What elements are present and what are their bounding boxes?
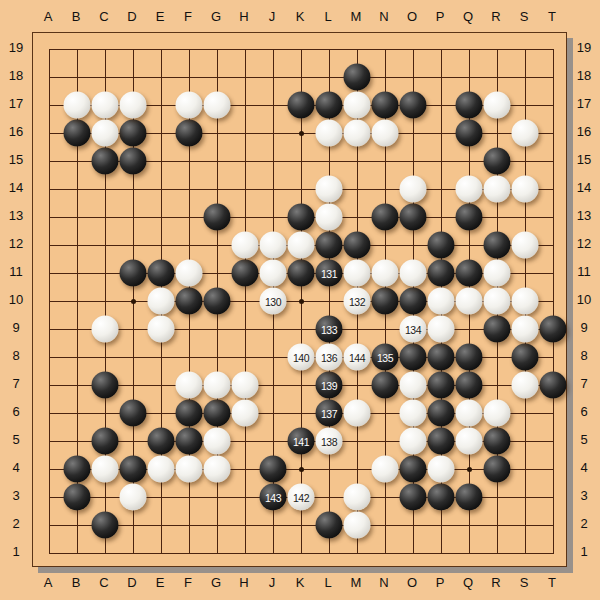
- row-label-right: 17: [572, 96, 596, 112]
- row-label-right: 11: [572, 264, 596, 280]
- black-stone-J4: [260, 456, 287, 483]
- black-stone-D6: [120, 400, 147, 427]
- black-stone-T9: [540, 316, 567, 343]
- col-label-bottom: B: [64, 575, 88, 591]
- white-stone-C16: [92, 120, 119, 147]
- black-stone-N7: [372, 372, 399, 399]
- white-stone-R14: [484, 176, 511, 203]
- col-label-top: C: [92, 9, 116, 25]
- col-label-top: S: [512, 9, 536, 25]
- black-stone-R4: [484, 456, 511, 483]
- black-stone-P7: [428, 372, 455, 399]
- black-stone-L6: 137: [316, 400, 343, 427]
- white-stone-D17: [120, 92, 147, 119]
- col-label-bottom: Q: [456, 575, 480, 591]
- col-label-bottom: G: [204, 575, 228, 591]
- grid-line-horizontal: [49, 329, 554, 330]
- col-label-bottom: L: [316, 575, 340, 591]
- row-label-left: 14: [4, 180, 28, 196]
- row-label-left: 6: [4, 404, 28, 420]
- white-stone-Q6: [456, 400, 483, 427]
- col-label-top: N: [372, 9, 396, 25]
- col-label-bottom: E: [148, 575, 172, 591]
- row-label-right: 10: [572, 292, 596, 308]
- row-label-left: 1: [4, 544, 28, 560]
- black-stone-D15: [120, 148, 147, 175]
- black-stone-F16: [176, 120, 203, 147]
- white-stone-B17: [64, 92, 91, 119]
- white-stone-G17: [204, 92, 231, 119]
- white-stone-C17: [92, 92, 119, 119]
- white-stone-K3: 142: [288, 484, 315, 511]
- black-stone-K13: [288, 204, 315, 231]
- white-stone-L8: 136: [316, 344, 343, 371]
- grid-line-vertical: [553, 49, 554, 554]
- row-label-right: 18: [572, 68, 596, 84]
- black-stone-C15: [92, 148, 119, 175]
- white-stone-Q5: [456, 428, 483, 455]
- white-stone-D3: [120, 484, 147, 511]
- row-label-right: 14: [572, 180, 596, 196]
- row-label-left: 2: [4, 516, 28, 532]
- white-stone-J12: [260, 232, 287, 259]
- move-number: 137: [321, 407, 337, 419]
- row-label-left: 18: [4, 68, 28, 84]
- black-stone-P11: [428, 260, 455, 287]
- black-stone-P12: [428, 232, 455, 259]
- black-stone-L12: [316, 232, 343, 259]
- row-label-right: 12: [572, 236, 596, 252]
- row-label-left: 5: [4, 432, 28, 448]
- black-stone-R9: [484, 316, 511, 343]
- move-number: 136: [321, 351, 337, 363]
- black-stone-N8: 135: [372, 344, 399, 371]
- black-stone-P6: [428, 400, 455, 427]
- white-stone-R6: [484, 400, 511, 427]
- white-stone-M11: [344, 260, 371, 287]
- white-stone-L16: [316, 120, 343, 147]
- go-board[interactable]: 1311331351391371411431301321341401361441…: [32, 32, 567, 567]
- col-label-top: G: [204, 9, 228, 25]
- black-stone-D11: [120, 260, 147, 287]
- move-number: 144: [349, 351, 365, 363]
- col-label-bottom: K: [288, 575, 312, 591]
- col-label-top: O: [400, 9, 424, 25]
- col-label-bottom: H: [232, 575, 256, 591]
- black-stone-F5: [176, 428, 203, 455]
- col-label-bottom: A: [36, 575, 60, 591]
- black-stone-T7: [540, 372, 567, 399]
- black-stone-F10: [176, 288, 203, 315]
- col-label-top: H: [232, 9, 256, 25]
- white-stone-E10: [148, 288, 175, 315]
- white-stone-L14: [316, 176, 343, 203]
- white-stone-O14: [400, 176, 427, 203]
- col-label-bottom: T: [540, 575, 564, 591]
- black-stone-N17: [372, 92, 399, 119]
- row-label-left: 17: [4, 96, 28, 112]
- row-label-right: 6: [572, 404, 596, 420]
- white-stone-L13: [316, 204, 343, 231]
- black-stone-Q8: [456, 344, 483, 371]
- white-stone-S14: [512, 176, 539, 203]
- black-stone-S8: [512, 344, 539, 371]
- black-stone-E5: [148, 428, 175, 455]
- black-stone-C7: [92, 372, 119, 399]
- col-label-top: T: [540, 9, 564, 25]
- star-point: [299, 467, 304, 472]
- col-label-top: D: [120, 9, 144, 25]
- black-stone-Q7: [456, 372, 483, 399]
- black-stone-Q13: [456, 204, 483, 231]
- col-label-top: K: [288, 9, 312, 25]
- white-stone-R11: [484, 260, 511, 287]
- white-stone-K12: [288, 232, 315, 259]
- row-label-right: 15: [572, 152, 596, 168]
- move-number: 134: [405, 323, 421, 335]
- row-label-left: 19: [4, 40, 28, 56]
- black-stone-R15: [484, 148, 511, 175]
- col-label-bottom: M: [344, 575, 368, 591]
- col-label-top: M: [344, 9, 368, 25]
- black-stone-O10: [400, 288, 427, 315]
- black-stone-F6: [176, 400, 203, 427]
- white-stone-M17: [344, 92, 371, 119]
- move-number: 131: [321, 267, 337, 279]
- col-label-bottom: S: [512, 575, 536, 591]
- col-label-top: P: [428, 9, 452, 25]
- black-stone-G6: [204, 400, 231, 427]
- col-label-bottom: N: [372, 575, 396, 591]
- black-stone-L7: 139: [316, 372, 343, 399]
- row-label-right: 5: [572, 432, 596, 448]
- white-stone-K8: 140: [288, 344, 315, 371]
- black-stone-L9: 133: [316, 316, 343, 343]
- black-stone-P8: [428, 344, 455, 371]
- black-stone-E11: [148, 260, 175, 287]
- move-number: 138: [321, 435, 337, 447]
- white-stone-M2: [344, 512, 371, 539]
- black-stone-G10: [204, 288, 231, 315]
- col-label-top: A: [36, 9, 60, 25]
- white-stone-O11: [400, 260, 427, 287]
- move-number: 141: [293, 435, 309, 447]
- white-stone-C9: [92, 316, 119, 343]
- col-label-bottom: J: [260, 575, 284, 591]
- row-label-right: 2: [572, 516, 596, 532]
- white-stone-H6: [232, 400, 259, 427]
- white-stone-E9: [148, 316, 175, 343]
- white-stone-S10: [512, 288, 539, 315]
- white-stone-F4: [176, 456, 203, 483]
- row-label-left: 4: [4, 460, 28, 476]
- row-label-left: 3: [4, 488, 28, 504]
- col-label-bottom: F: [176, 575, 200, 591]
- white-stone-R10: [484, 288, 511, 315]
- white-stone-C4: [92, 456, 119, 483]
- col-label-bottom: P: [428, 575, 452, 591]
- black-stone-D4: [120, 456, 147, 483]
- row-label-right: 3: [572, 488, 596, 504]
- white-stone-H7: [232, 372, 259, 399]
- white-stone-M8: 144: [344, 344, 371, 371]
- col-label-bottom: D: [120, 575, 144, 591]
- white-stone-P9: [428, 316, 455, 343]
- black-stone-O8: [400, 344, 427, 371]
- black-stone-P5: [428, 428, 455, 455]
- black-stone-C5: [92, 428, 119, 455]
- white-stone-P4: [428, 456, 455, 483]
- row-label-right: 9: [572, 320, 596, 336]
- star-point: [299, 131, 304, 136]
- black-stone-M12: [344, 232, 371, 259]
- black-stone-L17: [316, 92, 343, 119]
- white-stone-Q14: [456, 176, 483, 203]
- white-stone-S7: [512, 372, 539, 399]
- white-stone-E4: [148, 456, 175, 483]
- black-stone-H11: [232, 260, 259, 287]
- row-label-left: 7: [4, 376, 28, 392]
- move-number: 135: [377, 351, 393, 363]
- black-stone-K17: [288, 92, 315, 119]
- black-stone-Q16: [456, 120, 483, 147]
- white-stone-O7: [400, 372, 427, 399]
- white-stone-M3: [344, 484, 371, 511]
- white-stone-L5: 138: [316, 428, 343, 455]
- white-stone-F7: [176, 372, 203, 399]
- black-stone-K11: [288, 260, 315, 287]
- white-stone-N16: [372, 120, 399, 147]
- col-label-top: L: [316, 9, 340, 25]
- grid-line-horizontal: [49, 553, 554, 554]
- move-number: 133: [321, 323, 337, 335]
- col-label-top: Q: [456, 9, 480, 25]
- white-stone-N4: [372, 456, 399, 483]
- black-stone-O13: [400, 204, 427, 231]
- black-stone-N10: [372, 288, 399, 315]
- black-stone-L2: [316, 512, 343, 539]
- white-stone-O6: [400, 400, 427, 427]
- col-label-top: E: [148, 9, 172, 25]
- star-point: [131, 299, 136, 304]
- white-stone-O9: 134: [400, 316, 427, 343]
- move-number: 139: [321, 379, 337, 391]
- white-stone-J11: [260, 260, 287, 287]
- white-stone-M10: 132: [344, 288, 371, 315]
- white-stone-M6: [344, 400, 371, 427]
- go-game-screenshot: 1311331351391371411431301321341401361441…: [0, 0, 600, 600]
- white-stone-S12: [512, 232, 539, 259]
- col-label-top: F: [176, 9, 200, 25]
- row-label-right: 7: [572, 376, 596, 392]
- row-label-left: 12: [4, 236, 28, 252]
- black-stone-B16: [64, 120, 91, 147]
- black-stone-G13: [204, 204, 231, 231]
- col-label-top: B: [64, 9, 88, 25]
- black-stone-L11: 131: [316, 260, 343, 287]
- black-stone-Q11: [456, 260, 483, 287]
- move-number: 132: [349, 295, 365, 307]
- move-number: 140: [293, 351, 309, 363]
- white-stone-P10: [428, 288, 455, 315]
- star-point: [467, 467, 472, 472]
- black-stone-K5: 141: [288, 428, 315, 455]
- black-stone-O3: [400, 484, 427, 511]
- white-stone-G5: [204, 428, 231, 455]
- row-label-left: 10: [4, 292, 28, 308]
- move-number: 130: [265, 295, 281, 307]
- black-stone-P3: [428, 484, 455, 511]
- black-stone-D16: [120, 120, 147, 147]
- star-point: [299, 299, 304, 304]
- row-label-left: 9: [4, 320, 28, 336]
- row-label-left: 11: [4, 264, 28, 280]
- black-stone-O4: [400, 456, 427, 483]
- white-stone-F11: [176, 260, 203, 287]
- row-label-left: 8: [4, 348, 28, 364]
- black-stone-B3: [64, 484, 91, 511]
- row-label-right: 4: [572, 460, 596, 476]
- white-stone-S9: [512, 316, 539, 343]
- black-stone-Q3: [456, 484, 483, 511]
- col-label-top: J: [260, 9, 284, 25]
- white-stone-G7: [204, 372, 231, 399]
- white-stone-N11: [372, 260, 399, 287]
- col-label-bottom: O: [400, 575, 424, 591]
- black-stone-N13: [372, 204, 399, 231]
- grid-line-horizontal: [49, 525, 554, 526]
- row-label-left: 15: [4, 152, 28, 168]
- white-stone-S16: [512, 120, 539, 147]
- black-stone-O17: [400, 92, 427, 119]
- col-label-bottom: R: [484, 575, 508, 591]
- black-stone-B4: [64, 456, 91, 483]
- row-label-right: 13: [572, 208, 596, 224]
- black-stone-J3: 143: [260, 484, 287, 511]
- row-label-right: 16: [572, 124, 596, 140]
- white-stone-G4: [204, 456, 231, 483]
- white-stone-O5: [400, 428, 427, 455]
- move-number: 142: [293, 491, 309, 503]
- white-stone-R17: [484, 92, 511, 119]
- black-stone-Q17: [456, 92, 483, 119]
- black-stone-R12: [484, 232, 511, 259]
- black-stone-C2: [92, 512, 119, 539]
- black-stone-R5: [484, 428, 511, 455]
- move-number: 143: [265, 491, 281, 503]
- row-label-right: 1: [572, 544, 596, 560]
- black-stone-M18: [344, 64, 371, 91]
- white-stone-H12: [232, 232, 259, 259]
- row-label-left: 13: [4, 208, 28, 224]
- col-label-top: R: [484, 9, 508, 25]
- white-stone-J10: 130: [260, 288, 287, 315]
- col-label-bottom: C: [92, 575, 116, 591]
- row-label-right: 19: [572, 40, 596, 56]
- row-label-left: 16: [4, 124, 28, 140]
- white-stone-Q10: [456, 288, 483, 315]
- white-stone-M16: [344, 120, 371, 147]
- row-label-right: 8: [572, 348, 596, 364]
- white-stone-F17: [176, 92, 203, 119]
